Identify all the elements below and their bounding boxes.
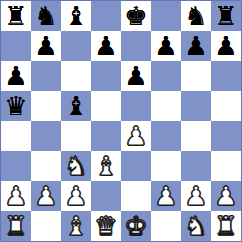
square-g1[interactable]: ♞: [181, 211, 211, 241]
square-c6[interactable]: [61, 61, 91, 91]
square-g3[interactable]: [181, 151, 211, 181]
chessboard-container: ♜♞♝♚♞♜♟♟♟♟♟♟♟♛♝♟♞♝♟♟♟♟♟♟♜♝♛♚♞♜: [0, 0, 242, 242]
black-queen: ♛: [4, 91, 27, 121]
white-pawn: ♟: [34, 181, 57, 211]
black-pawn: ♟: [214, 31, 237, 61]
white-pawn: ♟: [154, 181, 177, 211]
black-pawn: ♟: [154, 31, 177, 61]
black-pawn: ♟: [34, 31, 57, 61]
square-g4[interactable]: [181, 121, 211, 151]
square-d5[interactable]: [91, 91, 121, 121]
square-g8[interactable]: ♞: [181, 1, 211, 31]
square-a3[interactable]: [1, 151, 31, 181]
white-queen: ♛: [94, 211, 117, 241]
white-rook: ♜: [4, 211, 27, 241]
square-h2[interactable]: ♟: [211, 181, 241, 211]
square-a6[interactable]: ♟: [1, 61, 31, 91]
square-h3[interactable]: [211, 151, 241, 181]
black-rook: ♜: [4, 1, 27, 31]
white-knight: ♞: [184, 211, 207, 241]
black-pawn: ♟: [4, 61, 27, 91]
square-a5[interactable]: ♛: [1, 91, 31, 121]
square-e8[interactable]: ♚: [121, 1, 151, 31]
square-b3[interactable]: [31, 151, 61, 181]
square-f4[interactable]: [151, 121, 181, 151]
square-g7[interactable]: ♟: [181, 31, 211, 61]
white-pawn: ♟: [4, 181, 27, 211]
square-e1[interactable]: ♚: [121, 211, 151, 241]
square-b5[interactable]: [31, 91, 61, 121]
square-c7[interactable]: [61, 31, 91, 61]
square-b2[interactable]: ♟: [31, 181, 61, 211]
square-b4[interactable]: [31, 121, 61, 151]
square-d3[interactable]: ♝: [91, 151, 121, 181]
square-f8[interactable]: [151, 1, 181, 31]
black-pawn: ♟: [124, 61, 147, 91]
square-d2[interactable]: [91, 181, 121, 211]
square-d1[interactable]: ♛: [91, 211, 121, 241]
black-bishop: ♝: [64, 1, 87, 31]
white-knight: ♞: [64, 151, 87, 181]
black-bishop: ♝: [64, 91, 87, 121]
square-c8[interactable]: ♝: [61, 1, 91, 31]
square-f3[interactable]: [151, 151, 181, 181]
square-b8[interactable]: ♞: [31, 1, 61, 31]
square-a2[interactable]: ♟: [1, 181, 31, 211]
square-d7[interactable]: ♟: [91, 31, 121, 61]
square-f2[interactable]: ♟: [151, 181, 181, 211]
square-e2[interactable]: [121, 181, 151, 211]
square-c4[interactable]: [61, 121, 91, 151]
square-f7[interactable]: ♟: [151, 31, 181, 61]
square-c2[interactable]: ♟: [61, 181, 91, 211]
black-knight: ♞: [184, 1, 207, 31]
white-bishop: ♝: [64, 211, 87, 241]
square-f5[interactable]: [151, 91, 181, 121]
square-c5[interactable]: ♝: [61, 91, 91, 121]
square-a8[interactable]: ♜: [1, 1, 31, 31]
square-e3[interactable]: [121, 151, 151, 181]
square-g6[interactable]: [181, 61, 211, 91]
square-e7[interactable]: [121, 31, 151, 61]
square-h6[interactable]: [211, 61, 241, 91]
square-h8[interactable]: ♜: [211, 1, 241, 31]
square-h5[interactable]: [211, 91, 241, 121]
white-king: ♚: [124, 211, 147, 241]
white-pawn: ♟: [124, 121, 147, 151]
square-a7[interactable]: [1, 31, 31, 61]
square-g2[interactable]: ♟: [181, 181, 211, 211]
square-d6[interactable]: [91, 61, 121, 91]
square-f1[interactable]: [151, 211, 181, 241]
black-rook: ♜: [214, 1, 237, 31]
square-g5[interactable]: [181, 91, 211, 121]
square-e5[interactable]: [121, 91, 151, 121]
white-pawn: ♟: [184, 181, 207, 211]
black-pawn: ♟: [94, 31, 117, 61]
black-pawn: ♟: [184, 31, 207, 61]
white-pawn: ♟: [214, 181, 237, 211]
black-king: ♚: [124, 1, 147, 31]
square-a4[interactable]: [1, 121, 31, 151]
square-d4[interactable]: [91, 121, 121, 151]
square-f6[interactable]: [151, 61, 181, 91]
square-b6[interactable]: [31, 61, 61, 91]
white-bishop: ♝: [94, 151, 117, 181]
square-h7[interactable]: ♟: [211, 31, 241, 61]
white-pawn: ♟: [64, 181, 87, 211]
chessboard: ♜♞♝♚♞♜♟♟♟♟♟♟♟♛♝♟♞♝♟♟♟♟♟♟♜♝♛♚♞♜: [0, 0, 242, 242]
square-e6[interactable]: ♟: [121, 61, 151, 91]
square-b7[interactable]: ♟: [31, 31, 61, 61]
square-h1[interactable]: ♜: [211, 211, 241, 241]
square-a1[interactable]: ♜: [1, 211, 31, 241]
square-c1[interactable]: ♝: [61, 211, 91, 241]
square-e4[interactable]: ♟: [121, 121, 151, 151]
square-d8[interactable]: [91, 1, 121, 31]
square-b1[interactable]: [31, 211, 61, 241]
white-rook: ♜: [214, 211, 237, 241]
square-h4[interactable]: [211, 121, 241, 151]
square-c3[interactable]: ♞: [61, 151, 91, 181]
black-knight: ♞: [34, 1, 57, 31]
